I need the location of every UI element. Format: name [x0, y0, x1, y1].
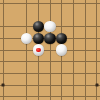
board-point[interactable] [68, 91, 80, 100]
board-point[interactable] [56, 44, 68, 56]
board-point[interactable] [0, 21, 9, 33]
board-point[interactable] [68, 21, 80, 33]
board-point[interactable] [56, 79, 68, 91]
board-point[interactable] [9, 68, 21, 80]
black-stone [33, 21, 45, 33]
board-point[interactable] [0, 91, 9, 100]
white-stone [56, 44, 68, 56]
board-point[interactable] [56, 0, 68, 9]
board-point[interactable] [33, 33, 45, 45]
board-point[interactable] [0, 44, 9, 56]
board-point[interactable] [21, 21, 33, 33]
board-point[interactable] [9, 91, 21, 100]
board-point[interactable] [44, 33, 56, 45]
board-point[interactable] [79, 21, 91, 33]
board-point[interactable] [21, 91, 33, 100]
board-point[interactable] [44, 9, 56, 21]
board-point[interactable] [21, 79, 33, 91]
board-point[interactable] [33, 68, 45, 80]
board-point[interactable] [33, 79, 45, 91]
board-point[interactable] [21, 9, 33, 21]
board-point[interactable] [68, 33, 80, 45]
star-point [95, 84, 98, 87]
board-point[interactable] [44, 21, 56, 33]
star-point [2, 84, 5, 87]
board-point[interactable] [33, 91, 45, 100]
board-point[interactable] [9, 9, 21, 21]
board-point[interactable] [0, 56, 9, 68]
board-point[interactable] [0, 68, 9, 80]
board-point[interactable] [68, 68, 80, 80]
board-point[interactable] [21, 33, 33, 45]
board-point[interactable] [79, 44, 91, 56]
board-point[interactable] [44, 56, 56, 68]
board-point[interactable] [9, 21, 21, 33]
board-point[interactable] [44, 44, 56, 56]
white-stone [44, 21, 56, 33]
white-stone [21, 33, 33, 45]
white-stone [33, 44, 45, 56]
board-point[interactable] [56, 33, 68, 45]
board-point[interactable] [21, 68, 33, 80]
board-point[interactable] [9, 79, 21, 91]
board-point[interactable] [9, 33, 21, 45]
black-stone [44, 33, 56, 45]
board-point[interactable] [79, 0, 91, 9]
board-point[interactable] [21, 0, 33, 9]
board-point[interactable] [21, 44, 33, 56]
board-grid [0, 0, 100, 100]
board-point[interactable] [56, 56, 68, 68]
board-point[interactable] [68, 44, 80, 56]
board-point[interactable] [79, 79, 91, 91]
board-point[interactable] [56, 9, 68, 21]
board-point[interactable] [91, 21, 100, 33]
board-point[interactable] [91, 0, 100, 9]
board-point[interactable] [91, 44, 100, 56]
board-point[interactable] [91, 91, 100, 100]
board-point[interactable] [44, 79, 56, 91]
board-point[interactable] [91, 33, 100, 45]
board-point[interactable] [68, 56, 80, 68]
black-stone [56, 33, 68, 45]
board-point[interactable] [33, 9, 45, 21]
board-point[interactable] [79, 91, 91, 100]
board-point[interactable] [68, 0, 80, 9]
board-point[interactable] [21, 56, 33, 68]
board-point[interactable] [68, 79, 80, 91]
board-point[interactable] [44, 68, 56, 80]
board-point[interactable] [79, 9, 91, 21]
board-point[interactable] [79, 68, 91, 80]
board-point[interactable] [0, 0, 9, 9]
board-point[interactable] [9, 44, 21, 56]
board-point[interactable] [0, 33, 9, 45]
board-point[interactable] [33, 56, 45, 68]
board-point[interactable] [91, 9, 100, 21]
board-point[interactable] [9, 56, 21, 68]
board-point[interactable] [33, 44, 45, 56]
goban [0, 0, 100, 100]
black-stone [33, 33, 45, 45]
board-point[interactable] [44, 0, 56, 9]
board-point[interactable] [0, 9, 9, 21]
board-point[interactable] [79, 33, 91, 45]
board-point[interactable] [56, 21, 68, 33]
board-point[interactable] [9, 0, 21, 9]
board-point[interactable] [68, 9, 80, 21]
board-point[interactable] [33, 21, 45, 33]
last-move-marker [36, 48, 41, 53]
board-point[interactable] [56, 68, 68, 80]
board-point[interactable] [44, 91, 56, 100]
board-point[interactable] [79, 56, 91, 68]
board-point[interactable] [56, 91, 68, 100]
board-point[interactable] [33, 0, 45, 9]
board-point[interactable] [91, 68, 100, 80]
board-point[interactable] [91, 56, 100, 68]
